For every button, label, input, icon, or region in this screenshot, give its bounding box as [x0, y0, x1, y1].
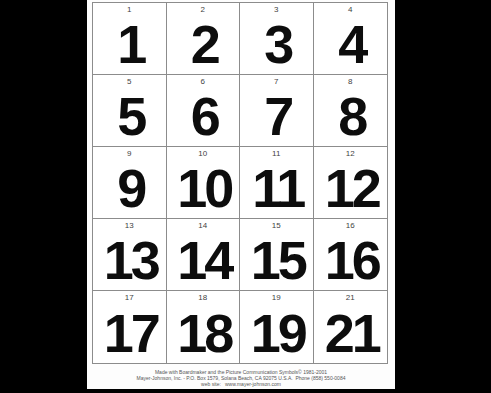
cell-big-number: 7	[240, 86, 313, 146]
screenshot-root: { "game": "number-board-flashcards (Boar…	[0, 0, 491, 393]
number-cell-17[interactable]: 1717	[93, 291, 167, 363]
cell-big-number: 8	[314, 86, 388, 146]
number-cell-4[interactable]: 44	[314, 3, 388, 75]
cell-big-number: 16	[314, 230, 388, 290]
cell-big-number: 10	[167, 158, 240, 218]
cell-big-number: 5	[93, 86, 166, 146]
number-cell-16[interactable]: 1616	[314, 219, 388, 291]
number-cell-2[interactable]: 22	[167, 3, 241, 75]
cell-big-number: 17	[93, 302, 166, 363]
cell-big-number: 4	[314, 14, 388, 74]
number-grid: 1122334455667788991010111112121313141415…	[92, 2, 388, 364]
cell-big-number: 19	[240, 302, 313, 363]
number-cell-13[interactable]: 1313	[93, 219, 167, 291]
number-cell-15[interactable]: 1515	[240, 219, 314, 291]
cell-big-number: 13	[93, 230, 166, 290]
number-cell-14[interactable]: 1414	[167, 219, 241, 291]
number-cell-12[interactable]: 1212	[314, 147, 388, 219]
cell-big-number: 6	[167, 86, 240, 146]
cell-big-number: 15	[240, 230, 313, 290]
cell-big-number: 18	[167, 302, 240, 363]
cell-big-number: 1	[93, 14, 166, 74]
number-cell-1[interactable]: 11	[93, 3, 167, 75]
number-cell-21[interactable]: 2121	[314, 291, 388, 363]
footer-line-website: web site: www.mayer-johnson.com	[87, 381, 395, 387]
footer-attribution: Made with Boardmaker and the Picture Com…	[87, 369, 395, 387]
cell-big-number: 12	[314, 158, 388, 218]
number-cell-5[interactable]: 55	[93, 75, 167, 147]
cell-big-number: 2	[167, 14, 240, 74]
number-cell-19[interactable]: 1919	[240, 291, 314, 363]
cell-big-number: 9	[93, 158, 166, 218]
printed-page: 1122334455667788991010111112121313141415…	[87, 0, 395, 389]
number-cell-8[interactable]: 88	[314, 75, 388, 147]
number-cell-3[interactable]: 33	[240, 3, 314, 75]
number-cell-11[interactable]: 1111	[240, 147, 314, 219]
cell-big-number: 14	[167, 230, 240, 290]
cell-big-number: 21	[314, 302, 388, 363]
cell-big-number: 11	[240, 158, 313, 218]
number-cell-6[interactable]: 66	[167, 75, 241, 147]
cell-big-number: 3	[240, 14, 313, 74]
number-cell-9[interactable]: 99	[93, 147, 167, 219]
number-cell-18[interactable]: 1818	[167, 291, 241, 363]
number-cell-10[interactable]: 1010	[167, 147, 241, 219]
number-cell-7[interactable]: 77	[240, 75, 314, 147]
